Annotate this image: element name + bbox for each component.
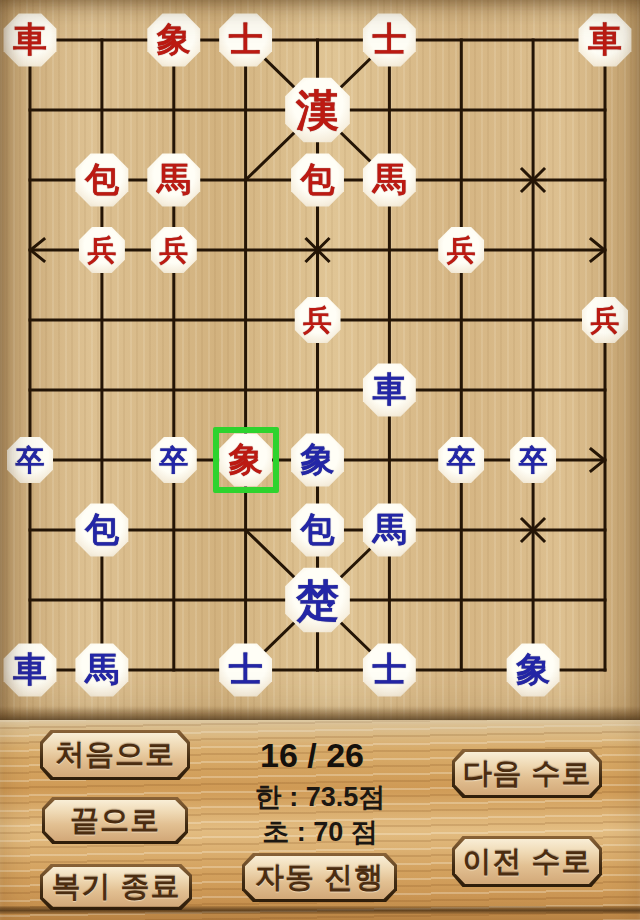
piece-glyph: 馬 bbox=[372, 513, 406, 547]
piece-glyph: 楚 bbox=[296, 579, 339, 622]
piece-han-cannon[interactable]: 包 bbox=[291, 153, 345, 207]
piece-cho-general[interactable]: 楚 bbox=[285, 567, 351, 633]
piece-han-advisor[interactable]: 士 bbox=[219, 13, 273, 67]
to-end-button[interactable]: 끝으로 bbox=[42, 797, 188, 844]
piece-glyph: 象 bbox=[157, 23, 191, 57]
piece-glyph: 卒 bbox=[447, 446, 476, 475]
janggi-review-screen: 車象士士車漢包馬包馬兵兵兵兵兵象車卒卒象卒卒包包馬楚車馬士士象 처음으로 끝으로… bbox=[0, 0, 640, 920]
han-score: 한 : 73.5점 bbox=[212, 779, 428, 815]
piece-glyph: 馬 bbox=[372, 163, 406, 197]
piece-han-cannon[interactable]: 包 bbox=[75, 153, 129, 207]
piece-glyph: 包 bbox=[85, 513, 119, 547]
piece-glyph: 卒 bbox=[519, 446, 548, 475]
auto-play-label: 자동 진행 bbox=[255, 858, 384, 898]
end-review-button[interactable]: 복기 종료 bbox=[40, 864, 192, 910]
piece-glyph: 包 bbox=[85, 163, 119, 197]
prev-move-button[interactable]: 이전 수로 bbox=[452, 836, 602, 887]
piece-glyph: 象 bbox=[301, 443, 335, 477]
piece-glyph: 車 bbox=[13, 23, 47, 57]
piece-glyph: 馬 bbox=[85, 653, 119, 687]
piece-glyph: 車 bbox=[372, 373, 406, 407]
piece-glyph: 士 bbox=[372, 653, 406, 687]
piece-glyph: 漢 bbox=[296, 89, 339, 132]
cho-score: 초 : 70 점 bbox=[212, 814, 428, 850]
piece-glyph: 士 bbox=[229, 23, 263, 57]
piece-glyph: 士 bbox=[229, 653, 263, 687]
piece-glyph: 兵 bbox=[447, 236, 476, 265]
piece-han-elephant[interactable]: 象 bbox=[219, 433, 273, 487]
janggi-board[interactable]: 車象士士車漢包馬包馬兵兵兵兵兵象車卒卒象卒卒包包馬楚車馬士士象 bbox=[0, 0, 640, 720]
piece-cho-chariot[interactable]: 車 bbox=[362, 363, 416, 417]
piece-glyph: 包 bbox=[301, 163, 335, 197]
to-start-label: 처음으로 bbox=[55, 735, 175, 775]
piece-glyph: 士 bbox=[372, 23, 406, 57]
piece-han-horse[interactable]: 馬 bbox=[147, 153, 201, 207]
piece-glyph: 兵 bbox=[591, 306, 620, 335]
piece-han-advisor[interactable]: 士 bbox=[362, 13, 416, 67]
next-move-button[interactable]: 다음 수로 bbox=[452, 749, 602, 798]
piece-glyph: 兵 bbox=[87, 236, 116, 265]
to-start-button[interactable]: 처음으로 bbox=[40, 730, 190, 780]
piece-han-horse[interactable]: 馬 bbox=[362, 153, 416, 207]
piece-glyph: 兵 bbox=[159, 236, 188, 265]
piece-glyph: 卒 bbox=[16, 446, 45, 475]
piece-glyph: 象 bbox=[516, 653, 550, 687]
panel-bottom-seam bbox=[0, 906, 640, 914]
end-review-label: 복기 종료 bbox=[51, 867, 180, 907]
piece-glyph: 馬 bbox=[157, 163, 191, 197]
piece-glyph: 包 bbox=[301, 513, 335, 547]
review-panel: 처음으로 끝으로 복기 종료 자동 진행 다음 수로 이전 수로 16 / 26… bbox=[0, 720, 640, 920]
move-counter: 16 / 26 bbox=[232, 736, 392, 775]
piece-glyph: 車 bbox=[13, 653, 47, 687]
piece-glyph: 兵 bbox=[303, 306, 332, 335]
piece-glyph: 車 bbox=[588, 23, 622, 57]
piece-cho-elephant[interactable]: 象 bbox=[291, 433, 345, 487]
piece-glyph: 象 bbox=[229, 443, 263, 477]
piece-glyph: 卒 bbox=[159, 446, 188, 475]
prev-move-label: 이전 수로 bbox=[462, 842, 591, 882]
next-move-label: 다음 수로 bbox=[462, 754, 591, 794]
to-end-label: 끝으로 bbox=[70, 801, 160, 841]
auto-play-button[interactable]: 자동 진행 bbox=[242, 853, 397, 902]
piece-han-elephant[interactable]: 象 bbox=[147, 13, 201, 67]
